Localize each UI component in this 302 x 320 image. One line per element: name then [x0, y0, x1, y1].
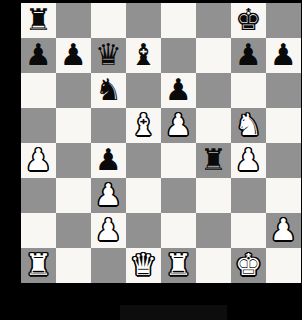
square-h6[interactable] [266, 73, 301, 108]
piece-white-king[interactable]: ♚ [235, 248, 262, 282]
square-g3[interactable] [231, 178, 266, 213]
square-f2[interactable] [196, 213, 231, 248]
piece-black-pawn[interactable]: ♟ [25, 38, 52, 72]
piece-black-pawn[interactable]: ♟ [60, 38, 87, 72]
square-e5[interactable]: ♟ [161, 108, 196, 143]
square-b6[interactable] [56, 73, 91, 108]
square-d8[interactable] [126, 3, 161, 38]
piece-white-bishop[interactable]: ♝ [130, 108, 157, 142]
piece-white-queen[interactable]: ♛ [130, 248, 157, 282]
square-e6[interactable]: ♟ [161, 73, 196, 108]
square-c6[interactable]: ♞ [91, 73, 126, 108]
square-h2[interactable]: ♟ [266, 213, 301, 248]
square-b2[interactable] [56, 213, 91, 248]
square-a5[interactable] [21, 108, 56, 143]
square-g6[interactable] [231, 73, 266, 108]
square-f7[interactable] [196, 38, 231, 73]
chess-board: ♜♚♟♟♛♝♟♟♞♟♝♟♞♟♟♜♟♟♟♟♜♛♜♚ [21, 3, 301, 283]
square-e8[interactable] [161, 3, 196, 38]
piece-white-pawn[interactable]: ♟ [95, 178, 122, 212]
square-e3[interactable] [161, 178, 196, 213]
square-h4[interactable] [266, 143, 301, 178]
piece-black-pawn[interactable]: ♟ [95, 143, 122, 177]
square-c8[interactable] [91, 3, 126, 38]
piece-black-rook[interactable]: ♜ [25, 3, 52, 37]
square-a1[interactable]: ♜ [21, 248, 56, 283]
square-d1[interactable]: ♛ [126, 248, 161, 283]
square-d4[interactable] [126, 143, 161, 178]
square-e1[interactable]: ♜ [161, 248, 196, 283]
piece-white-rook[interactable]: ♜ [25, 248, 52, 282]
square-d7[interactable]: ♝ [126, 38, 161, 73]
square-h5[interactable] [266, 108, 301, 143]
square-b5[interactable] [56, 108, 91, 143]
square-b4[interactable] [56, 143, 91, 178]
square-a4[interactable]: ♟ [21, 143, 56, 178]
square-g1[interactable]: ♚ [231, 248, 266, 283]
square-h7[interactable]: ♟ [266, 38, 301, 73]
square-f8[interactable] [196, 3, 231, 38]
square-e4[interactable] [161, 143, 196, 178]
bottom-strip [120, 305, 227, 320]
square-c1[interactable] [91, 248, 126, 283]
square-f1[interactable] [196, 248, 231, 283]
square-f5[interactable] [196, 108, 231, 143]
piece-white-pawn[interactable]: ♟ [95, 213, 122, 247]
piece-white-pawn[interactable]: ♟ [25, 143, 52, 177]
square-h8[interactable] [266, 3, 301, 38]
square-a7[interactable]: ♟ [21, 38, 56, 73]
square-f4[interactable]: ♜ [196, 143, 231, 178]
square-b3[interactable] [56, 178, 91, 213]
square-b8[interactable] [56, 3, 91, 38]
square-c3[interactable]: ♟ [91, 178, 126, 213]
square-d3[interactable] [126, 178, 161, 213]
piece-white-rook[interactable]: ♜ [165, 248, 192, 282]
square-a2[interactable] [21, 213, 56, 248]
square-c2[interactable]: ♟ [91, 213, 126, 248]
square-h3[interactable] [266, 178, 301, 213]
square-g8[interactable]: ♚ [231, 3, 266, 38]
square-b1[interactable] [56, 248, 91, 283]
piece-black-pawn[interactable]: ♟ [165, 73, 192, 107]
piece-black-pawn[interactable]: ♟ [235, 38, 262, 72]
square-a6[interactable] [21, 73, 56, 108]
piece-white-pawn[interactable]: ♟ [270, 213, 297, 247]
square-g2[interactable] [231, 213, 266, 248]
square-d2[interactable] [126, 213, 161, 248]
square-g7[interactable]: ♟ [231, 38, 266, 73]
page-background: ♜♚♟♟♛♝♟♟♞♟♝♟♞♟♟♜♟♟♟♟♜♛♜♚ [0, 0, 302, 320]
square-c4[interactable]: ♟ [91, 143, 126, 178]
square-c7[interactable]: ♛ [91, 38, 126, 73]
square-e2[interactable] [161, 213, 196, 248]
square-h1[interactable] [266, 248, 301, 283]
square-e7[interactable] [161, 38, 196, 73]
piece-black-queen[interactable]: ♛ [95, 38, 122, 72]
square-d6[interactable] [126, 73, 161, 108]
square-d5[interactable]: ♝ [126, 108, 161, 143]
square-a8[interactable]: ♜ [21, 3, 56, 38]
square-g5[interactable]: ♞ [231, 108, 266, 143]
square-f6[interactable] [196, 73, 231, 108]
square-g4[interactable]: ♟ [231, 143, 266, 178]
square-a3[interactable] [21, 178, 56, 213]
piece-white-pawn[interactable]: ♟ [235, 143, 262, 177]
square-b7[interactable]: ♟ [56, 38, 91, 73]
square-f3[interactable] [196, 178, 231, 213]
piece-black-king[interactable]: ♚ [235, 3, 262, 37]
piece-black-rook[interactable]: ♜ [200, 143, 227, 177]
piece-black-pawn[interactable]: ♟ [270, 38, 297, 72]
piece-black-bishop[interactable]: ♝ [130, 38, 157, 72]
piece-white-knight[interactable]: ♞ [235, 108, 262, 142]
piece-black-knight[interactable]: ♞ [95, 73, 122, 107]
piece-white-pawn[interactable]: ♟ [165, 108, 192, 142]
square-c5[interactable] [91, 108, 126, 143]
